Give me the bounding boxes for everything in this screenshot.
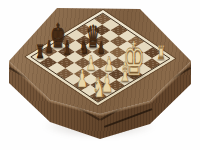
dark-pawn-a2[interactable]: ♟ bbox=[45, 39, 53, 55]
light-rook-h8[interactable]: ♜ bbox=[156, 44, 165, 63]
pieces-layer: ♜♟♚♝♞♛♟♜♚♝♟♟♟♟♞ bbox=[0, 0, 200, 150]
light-knight-h1[interactable]: ♞ bbox=[92, 74, 105, 102]
light-bishop-h4[interactable]: ♝ bbox=[119, 59, 131, 86]
dark-rook-a1[interactable]: ♜ bbox=[36, 43, 45, 61]
chess-set-photo: ♜♟♚♝♞♛♟♜♚♝♟♟♟♟♞ bbox=[0, 0, 200, 150]
light-pawn-e3[interactable]: ♟ bbox=[87, 53, 96, 73]
dark-bishop-b3[interactable]: ♝ bbox=[62, 37, 71, 56]
light-pawn-f1[interactable]: ♟ bbox=[76, 66, 87, 90]
